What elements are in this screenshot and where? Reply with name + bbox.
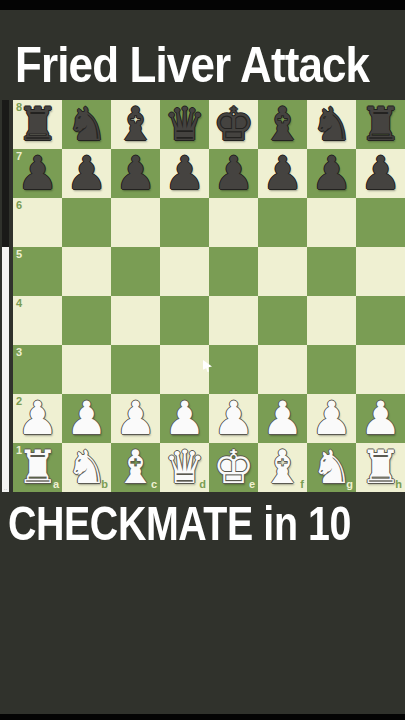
file-label: g — [346, 479, 353, 490]
eval-black-segment — [2, 100, 9, 247]
rank-label: 2 — [16, 396, 22, 407]
square-d1[interactable]: d♛ — [160, 443, 209, 492]
square-e4[interactable] — [209, 296, 258, 345]
piece-black-knight[interactable]: ♞ — [66, 100, 107, 149]
square-f7[interactable]: ♟ — [258, 149, 307, 198]
piece-black-king[interactable]: ♚ — [213, 100, 254, 149]
square-f8[interactable]: ♝ — [258, 100, 307, 149]
square-h2[interactable]: ♟ — [356, 394, 405, 443]
square-d8[interactable]: ♛ — [160, 100, 209, 149]
square-h7[interactable]: ♟ — [356, 149, 405, 198]
square-a3[interactable]: 3 — [13, 345, 62, 394]
square-e2[interactable]: ♟ — [209, 394, 258, 443]
square-b7[interactable]: ♟ — [62, 149, 111, 198]
piece-black-bishop[interactable]: ♝ — [262, 100, 303, 149]
square-h3[interactable] — [356, 345, 405, 394]
eval-score-label: ·· — [2, 486, 9, 492]
square-a1[interactable]: 1a♜ — [13, 443, 62, 492]
square-a6[interactable]: 6 — [13, 198, 62, 247]
file-label: a — [53, 479, 59, 490]
piece-white-pawn[interactable]: ♟ — [164, 394, 205, 443]
opening-title: Fried Liver Attack — [15, 40, 369, 90]
square-c4[interactable] — [111, 296, 160, 345]
square-d7[interactable]: ♟ — [160, 149, 209, 198]
piece-black-pawn[interactable]: ♟ — [360, 149, 401, 198]
piece-white-pawn[interactable]: ♟ — [360, 394, 401, 443]
piece-black-pawn[interactable]: ♟ — [311, 149, 352, 198]
square-g4[interactable] — [307, 296, 356, 345]
piece-black-pawn[interactable]: ♟ — [66, 149, 107, 198]
piece-black-pawn[interactable]: ♟ — [262, 149, 303, 198]
square-h8[interactable]: ♜ — [356, 100, 405, 149]
square-c3[interactable] — [111, 345, 160, 394]
file-label: c — [151, 479, 157, 490]
square-b5[interactable] — [62, 247, 111, 296]
square-c1[interactable]: c♝ — [111, 443, 160, 492]
square-g8[interactable]: ♞ — [307, 100, 356, 149]
square-h6[interactable] — [356, 198, 405, 247]
rank-label: 6 — [16, 200, 22, 211]
piece-black-knight[interactable]: ♞ — [311, 100, 352, 149]
piece-black-bishop[interactable]: ♝ — [115, 100, 156, 149]
piece-white-pawn[interactable]: ♟ — [115, 394, 156, 443]
file-label: d — [199, 479, 206, 490]
square-a2[interactable]: 2♟ — [13, 394, 62, 443]
piece-white-pawn[interactable]: ♟ — [66, 394, 107, 443]
piece-white-pawn[interactable]: ♟ — [213, 394, 254, 443]
chess-board: 8♜♞♝♛♚♝♞♜7♟♟♟♟♟♟♟♟65432♟♟♟♟♟♟♟♟1a♜b♞c♝d♛… — [13, 100, 405, 492]
square-g2[interactable]: ♟ — [307, 394, 356, 443]
square-g7[interactable]: ♟ — [307, 149, 356, 198]
square-e5[interactable] — [209, 247, 258, 296]
rank-label: 4 — [16, 298, 22, 309]
square-a8[interactable]: 8♜ — [13, 100, 62, 149]
rank-label: 5 — [16, 249, 22, 260]
square-f1[interactable]: f♝ — [258, 443, 307, 492]
piece-white-pawn[interactable]: ♟ — [262, 394, 303, 443]
square-e7[interactable]: ♟ — [209, 149, 258, 198]
file-label: b — [101, 479, 108, 490]
square-b6[interactable] — [62, 198, 111, 247]
square-g5[interactable] — [307, 247, 356, 296]
piece-white-pawn[interactable]: ♟ — [17, 394, 58, 443]
square-f4[interactable] — [258, 296, 307, 345]
square-e8[interactable]: ♚ — [209, 100, 258, 149]
square-h5[interactable] — [356, 247, 405, 296]
square-e6[interactable] — [209, 198, 258, 247]
square-c2[interactable]: ♟ — [111, 394, 160, 443]
piece-black-queen[interactable]: ♛ — [164, 100, 205, 149]
piece-black-pawn[interactable]: ♟ — [115, 149, 156, 198]
checkmate-caption: CHECKMATE in 10 — [8, 500, 351, 548]
square-f6[interactable] — [258, 198, 307, 247]
piece-black-pawn[interactable]: ♟ — [17, 149, 58, 198]
square-a5[interactable]: 5 — [13, 247, 62, 296]
square-f5[interactable] — [258, 247, 307, 296]
square-e1[interactable]: e♚ — [209, 443, 258, 492]
square-b3[interactable] — [62, 345, 111, 394]
square-a7[interactable]: 7♟ — [13, 149, 62, 198]
piece-black-pawn[interactable]: ♟ — [213, 149, 254, 198]
square-h1[interactable]: h♜ — [356, 443, 405, 492]
square-c7[interactable]: ♟ — [111, 149, 160, 198]
file-label: e — [249, 479, 255, 490]
square-e3[interactable] — [209, 345, 258, 394]
square-f2[interactable]: ♟ — [258, 394, 307, 443]
piece-white-pawn[interactable]: ♟ — [311, 394, 352, 443]
rank-label: 1 — [16, 445, 22, 456]
rank-label: 7 — [16, 151, 22, 162]
piece-black-rook[interactable]: ♜ — [17, 100, 58, 149]
square-f3[interactable] — [258, 345, 307, 394]
square-c5[interactable] — [111, 247, 160, 296]
square-d4[interactable] — [160, 296, 209, 345]
piece-black-rook[interactable]: ♜ — [360, 100, 401, 149]
square-g1[interactable]: g♞ — [307, 443, 356, 492]
square-h4[interactable] — [356, 296, 405, 345]
evaluation-bar: ·· — [2, 100, 9, 492]
square-g6[interactable] — [307, 198, 356, 247]
square-c6[interactable] — [111, 198, 160, 247]
square-b4[interactable] — [62, 296, 111, 345]
square-b8[interactable]: ♞ — [62, 100, 111, 149]
square-b2[interactable]: ♟ — [62, 394, 111, 443]
letterbox-bottom-bar — [0, 714, 405, 720]
file-label: h — [395, 479, 402, 490]
file-label: f — [300, 479, 304, 490]
piece-black-pawn[interactable]: ♟ — [164, 149, 205, 198]
piece-white-bishop[interactable]: ♝ — [262, 443, 303, 492]
square-d6[interactable] — [160, 198, 209, 247]
rank-label: 8 — [16, 102, 22, 113]
square-c8[interactable]: ♝ — [111, 100, 160, 149]
rank-label: 3 — [16, 347, 22, 358]
square-d5[interactable] — [160, 247, 209, 296]
square-a4[interactable]: 4 — [13, 296, 62, 345]
square-d2[interactable]: ♟ — [160, 394, 209, 443]
square-d3[interactable] — [160, 345, 209, 394]
square-g3[interactable] — [307, 345, 356, 394]
letterbox-top-bar — [0, 0, 405, 10]
square-b1[interactable]: b♞ — [62, 443, 111, 492]
